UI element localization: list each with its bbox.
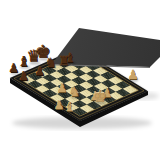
- board-square: [50, 79, 65, 87]
- board-cast-shadow: [0, 0, 160, 160]
- board-square: [93, 67, 108, 75]
- board-square: [108, 76, 123, 84]
- board-square: [71, 53, 86, 61]
- board-square: [94, 91, 109, 99]
- chess-piece-dark-p-c7: ♟: [35, 65, 46, 77]
- chess-piece-light-p-a2: ♟: [54, 99, 65, 111]
- board-square: [35, 77, 50, 85]
- board-square: [101, 87, 116, 95]
- board-square: [116, 81, 131, 89]
- board-square: [94, 98, 109, 106]
- board-square: [79, 97, 94, 105]
- piece-contact-shadow: [20, 66, 30, 69]
- piece-contact-shadow: [37, 75, 45, 78]
- board-square: [64, 72, 79, 80]
- board-square: [49, 71, 64, 79]
- board-side-edge: [10, 78, 148, 127]
- board-square: [79, 81, 94, 89]
- board-square: [65, 96, 80, 104]
- chess-set-photo: ♚♛♝♜♝♞♟♟♟♟♟♞♟♟♚♟♝: [0, 0, 160, 160]
- piece-shadows: [0, 0, 160, 160]
- board-square: [58, 99, 73, 107]
- board-square: [64, 80, 79, 88]
- board-square: [94, 83, 109, 91]
- piece-contact-shadow: [11, 72, 19, 75]
- box-lid-top: [0, 0, 160, 160]
- board-square: [20, 76, 35, 84]
- board-square: [65, 88, 80, 96]
- chess-piece-light-k-d1: ♚: [93, 89, 107, 105]
- board-square: [57, 75, 72, 83]
- piece-contact-shadow: [60, 65, 69, 68]
- board-square: [42, 66, 57, 74]
- board-square: [72, 108, 87, 116]
- box-lid: [0, 0, 160, 160]
- board-square: [43, 90, 58, 98]
- board-square: [72, 85, 87, 93]
- board-square: [86, 70, 101, 78]
- board-square: [86, 86, 101, 94]
- board-square: [108, 84, 123, 92]
- chess-piece-dark-b-b8: ♝: [18, 54, 31, 68]
- chess-piece-light-b-a1: ♝: [63, 100, 75, 113]
- board-square: [87, 102, 102, 110]
- board-square: [79, 66, 94, 74]
- board-square: [28, 73, 43, 81]
- board-square: [86, 63, 101, 71]
- board-square: [79, 74, 94, 82]
- board-square: [35, 85, 50, 93]
- board-square: [57, 91, 72, 99]
- piece-contact-shadow: [38, 58, 50, 61]
- chess-piece-dark-p-a8: ♟: [9, 62, 20, 74]
- board-square: [65, 103, 80, 111]
- piece-contact-shadow: [104, 97, 112, 100]
- board-square: [93, 75, 108, 83]
- pieces: ♚♛♝♜♝♞♟♟♟♟♟♞♟♟♚♟♝: [0, 0, 160, 160]
- board-square: [56, 60, 71, 68]
- chess-piece-dark-r-f8: ♜: [58, 54, 70, 67]
- chess-piece-light-p-c1: ♟: [90, 90, 101, 102]
- board-square: [35, 69, 50, 77]
- chess-piece-dark-q-d8: ♛: [27, 49, 41, 65]
- board-square: [49, 63, 64, 71]
- board-square: [123, 86, 138, 94]
- board-square: [101, 80, 116, 88]
- board-square: [28, 80, 43, 88]
- board-square: [71, 61, 86, 69]
- chess-piece-light-p-b4: ♟: [57, 82, 68, 94]
- piece-contact-shadow: [29, 62, 40, 65]
- board-square: [80, 105, 95, 113]
- board-square: [71, 69, 86, 77]
- chess-piece-light-n-b3: ♞: [68, 85, 80, 98]
- board-square: [57, 83, 72, 91]
- board-square: [57, 68, 72, 76]
- board-square: [72, 100, 87, 108]
- board-square: [50, 86, 65, 94]
- piece-contact-shadow: [65, 111, 74, 114]
- piece-contact-shadow: [21, 80, 29, 83]
- chess-piece-dark-k-e8: ♚: [35, 44, 50, 61]
- chessboard: [0, 0, 160, 160]
- chess-piece-light-p-e1: ♟: [102, 87, 113, 99]
- board-square: [42, 82, 57, 90]
- piece-contact-shadow: [129, 79, 138, 82]
- board-square: [50, 94, 65, 102]
- chess-piece-light-p-h2: ♟: [127, 68, 139, 81]
- chess-piece-dark-b-g8: ♝: [64, 51, 76, 64]
- board-square: [87, 94, 102, 102]
- board-square: [64, 57, 79, 65]
- board-square: [78, 58, 93, 66]
- board-square: [42, 74, 57, 82]
- piece-contact-shadow: [92, 100, 100, 103]
- piece-contact-shadow: [95, 102, 106, 105]
- board-square: [86, 78, 101, 86]
- board-square: [101, 72, 116, 80]
- board-frame: [10, 48, 148, 121]
- piece-contact-shadow: [47, 67, 56, 70]
- box-lid-edge-highlight: [0, 0, 160, 160]
- chess-piece-dark-p-a7: ♟: [19, 70, 30, 82]
- board-square: [101, 95, 116, 103]
- piece-contact-shadow: [66, 62, 75, 65]
- piece-contact-shadow: [56, 109, 64, 112]
- piece-contact-shadow: [59, 92, 67, 95]
- piece-contact-shadow: [70, 96, 79, 99]
- board-square: [64, 64, 79, 72]
- board-grid: [19, 53, 139, 116]
- board-square: [109, 92, 124, 100]
- chess-piece-dark-n-d7: ♞: [45, 56, 57, 69]
- board-square: [72, 77, 87, 85]
- board-square: [72, 92, 87, 100]
- board-square: [79, 89, 94, 97]
- board-square: [116, 89, 131, 97]
